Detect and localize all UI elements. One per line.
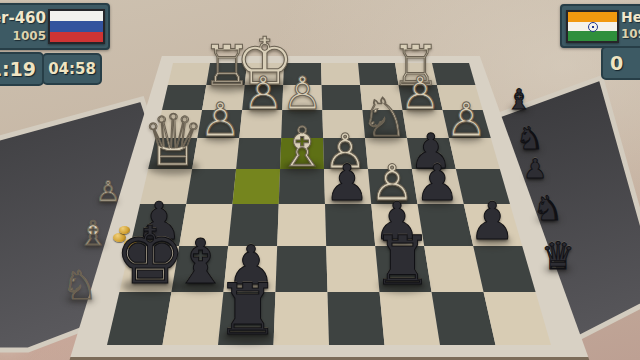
white-player-name: Player-460 <box>0 9 46 27</box>
white-player-rating: 1005 <box>13 29 46 43</box>
piece-white-♟-e2[interactable]: ♙ <box>282 71 323 117</box>
piece-white-♞-c3[interactable]: ♘ <box>360 91 408 144</box>
piece-black-♜-f8[interactable]: ♜ <box>216 275 279 346</box>
piece-white-♝-e4[interactable]: ♗ <box>277 120 326 175</box>
piece-black-♚-h7[interactable]: ♚ <box>114 216 185 295</box>
russia-flag-icon <box>48 9 105 44</box>
chess-app-screen: { "game": "chess", "players": { "white":… <box>0 0 640 360</box>
black-clock-primary: 0 <box>601 46 640 80</box>
captured-black-queen[interactable]: ♛ <box>541 237 575 275</box>
black-clock-time: 0 <box>610 52 623 74</box>
piece-white-♟-g3[interactable]: ♙ <box>199 97 241 144</box>
white-clock-secondary-time: 04:58 <box>48 60 96 78</box>
india-flag-icon <box>566 10 619 43</box>
captured-black-bishop[interactable]: ♝ <box>506 86 531 114</box>
ashoka-chakra-icon <box>588 22 598 32</box>
white-clock-secondary: 04:58 <box>42 53 102 85</box>
player-panel-white: Player-460 1005 <box>0 3 110 50</box>
white-clock-primary: 1:19 <box>0 52 44 86</box>
piece-black-♟-b5[interactable]: ♟ <box>415 159 460 209</box>
captured-black-knight[interactable]: ♞ <box>516 123 544 154</box>
captured-white-knight[interactable]: ♘ <box>62 265 98 305</box>
captured-white-bishop[interactable]: ♗ <box>78 216 108 250</box>
white-clock-primary-time: 1:19 <box>0 58 36 80</box>
captured-black-pawn[interactable]: ♟ <box>523 155 547 182</box>
black-player-name: Her <box>621 9 640 25</box>
captured-white-pawn[interactable]: ♙ <box>95 178 120 206</box>
player-panel-black: Her 1095 <box>560 4 640 48</box>
piece-black-♟-d5[interactable]: ♟ <box>325 159 370 209</box>
piece-white-♛-h4[interactable]: ♕ <box>142 105 206 176</box>
black-player-rating: 1095 <box>621 27 640 41</box>
piece-black-♜-c7[interactable]: ♜ <box>372 227 433 295</box>
piece-black-♟-a6[interactable]: ♟ <box>469 196 516 248</box>
piece-white-♟-f2[interactable]: ♙ <box>243 71 284 117</box>
captured-black-knight[interactable]: ♞ <box>533 191 563 225</box>
